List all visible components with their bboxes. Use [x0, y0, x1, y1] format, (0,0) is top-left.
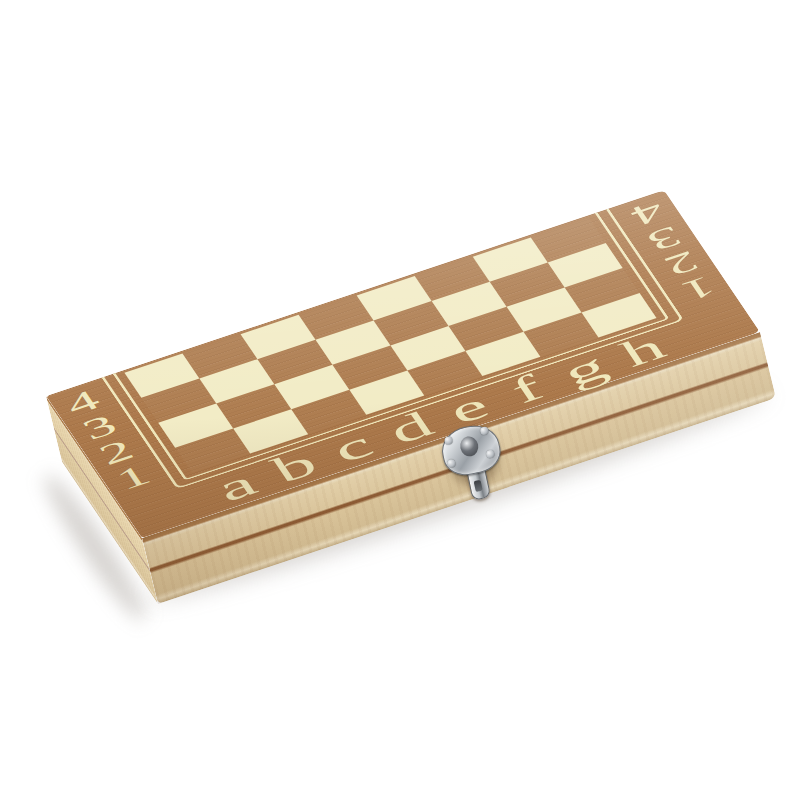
clasp-hook-slot [474, 480, 483, 492]
rank-label-right-2: 2 [647, 242, 716, 284]
rank-label-right-4: 4 [613, 192, 682, 234]
rank-label-right-1: 1 [664, 267, 733, 309]
product-photo-stage: abcdefgh 4321 4321 [0, 0, 800, 800]
rank-label-right-3: 3 [630, 217, 699, 259]
